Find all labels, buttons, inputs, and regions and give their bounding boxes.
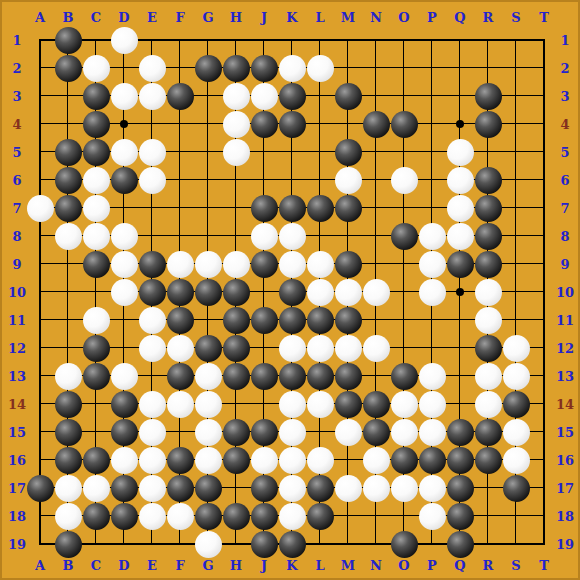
intersection[interactable]: [194, 530, 222, 558]
intersection[interactable]: [390, 418, 418, 446]
intersection[interactable]: [138, 194, 166, 222]
intersection[interactable]: [530, 110, 558, 138]
intersection[interactable]: [474, 502, 502, 530]
intersection[interactable]: [110, 250, 138, 278]
intersection[interactable]: [474, 474, 502, 502]
intersection[interactable]: [194, 390, 222, 418]
intersection[interactable]: [166, 222, 194, 250]
intersection[interactable]: [530, 54, 558, 82]
intersection[interactable]: [166, 26, 194, 54]
intersection[interactable]: [502, 222, 530, 250]
intersection[interactable]: [278, 306, 306, 334]
intersection[interactable]: [194, 110, 222, 138]
intersection[interactable]: [278, 446, 306, 474]
intersection[interactable]: [334, 82, 362, 110]
intersection[interactable]: [390, 138, 418, 166]
intersection[interactable]: [502, 110, 530, 138]
intersection[interactable]: [222, 110, 250, 138]
intersection[interactable]: [166, 138, 194, 166]
intersection[interactable]: [306, 306, 334, 334]
intersection[interactable]: [138, 502, 166, 530]
intersection[interactable]: [194, 138, 222, 166]
intersection[interactable]: [138, 222, 166, 250]
intersection[interactable]: [54, 54, 82, 82]
intersection[interactable]: [362, 250, 390, 278]
intersection[interactable]: [390, 166, 418, 194]
intersection[interactable]: [418, 418, 446, 446]
intersection[interactable]: [362, 166, 390, 194]
intersection[interactable]: [306, 110, 334, 138]
intersection[interactable]: [334, 474, 362, 502]
intersection[interactable]: [362, 390, 390, 418]
intersection[interactable]: [418, 390, 446, 418]
intersection[interactable]: [166, 334, 194, 362]
intersection[interactable]: [390, 222, 418, 250]
intersection[interactable]: [306, 362, 334, 390]
intersection[interactable]: [194, 194, 222, 222]
intersection[interactable]: [446, 26, 474, 54]
intersection[interactable]: [278, 222, 306, 250]
intersection[interactable]: [474, 334, 502, 362]
intersection[interactable]: [502, 26, 530, 54]
intersection[interactable]: [26, 110, 54, 138]
intersection[interactable]: [334, 306, 362, 334]
intersection[interactable]: [474, 278, 502, 306]
intersection[interactable]: [502, 390, 530, 418]
intersection[interactable]: [110, 446, 138, 474]
intersection[interactable]: [446, 222, 474, 250]
intersection[interactable]: [166, 194, 194, 222]
intersection[interactable]: [222, 278, 250, 306]
intersection[interactable]: [418, 222, 446, 250]
intersection[interactable]: [530, 222, 558, 250]
intersection[interactable]: [334, 194, 362, 222]
intersection[interactable]: [446, 54, 474, 82]
intersection[interactable]: [446, 194, 474, 222]
intersection[interactable]: [110, 194, 138, 222]
intersection[interactable]: [54, 278, 82, 306]
intersection[interactable]: [446, 250, 474, 278]
intersection[interactable]: [26, 502, 54, 530]
intersection[interactable]: [222, 418, 250, 446]
intersection[interactable]: [530, 390, 558, 418]
intersection[interactable]: [82, 82, 110, 110]
intersection[interactable]: [278, 250, 306, 278]
intersection[interactable]: [474, 138, 502, 166]
intersection[interactable]: [474, 362, 502, 390]
intersection[interactable]: [390, 82, 418, 110]
intersection[interactable]: [306, 166, 334, 194]
intersection[interactable]: [82, 418, 110, 446]
intersection[interactable]: [138, 250, 166, 278]
intersection[interactable]: [250, 110, 278, 138]
intersection[interactable]: [110, 138, 138, 166]
intersection[interactable]: [250, 474, 278, 502]
intersection[interactable]: [334, 166, 362, 194]
intersection[interactable]: [250, 82, 278, 110]
intersection[interactable]: [390, 530, 418, 558]
intersection[interactable]: [194, 26, 222, 54]
intersection[interactable]: [502, 278, 530, 306]
intersection[interactable]: [166, 474, 194, 502]
intersection[interactable]: [110, 502, 138, 530]
intersection[interactable]: [54, 390, 82, 418]
intersection[interactable]: [222, 390, 250, 418]
intersection[interactable]: [474, 418, 502, 446]
intersection[interactable]: [54, 250, 82, 278]
intersection[interactable]: [222, 446, 250, 474]
intersection[interactable]: [278, 334, 306, 362]
intersection[interactable]: [446, 418, 474, 446]
intersection[interactable]: [222, 502, 250, 530]
intersection[interactable]: [362, 194, 390, 222]
intersection[interactable]: [418, 54, 446, 82]
intersection[interactable]: [502, 138, 530, 166]
intersection[interactable]: [110, 54, 138, 82]
intersection[interactable]: [306, 54, 334, 82]
intersection[interactable]: [166, 306, 194, 334]
intersection[interactable]: [250, 446, 278, 474]
intersection[interactable]: [194, 222, 222, 250]
intersection[interactable]: [222, 474, 250, 502]
intersection[interactable]: [110, 418, 138, 446]
intersection[interactable]: [54, 110, 82, 138]
intersection[interactable]: [334, 138, 362, 166]
intersection[interactable]: [166, 250, 194, 278]
intersection[interactable]: [530, 250, 558, 278]
intersection[interactable]: [306, 334, 334, 362]
intersection[interactable]: [306, 194, 334, 222]
intersection[interactable]: [390, 446, 418, 474]
intersection[interactable]: [474, 530, 502, 558]
intersection[interactable]: [26, 474, 54, 502]
intersection[interactable]: [278, 530, 306, 558]
intersection[interactable]: [446, 530, 474, 558]
intersection[interactable]: [278, 194, 306, 222]
intersection[interactable]: [138, 278, 166, 306]
intersection[interactable]: [250, 250, 278, 278]
intersection[interactable]: [418, 250, 446, 278]
intersection[interactable]: [446, 82, 474, 110]
intersection[interactable]: [54, 530, 82, 558]
intersection[interactable]: [334, 390, 362, 418]
intersection[interactable]: [82, 474, 110, 502]
intersection[interactable]: [530, 26, 558, 54]
intersection[interactable]: [110, 334, 138, 362]
intersection[interactable]: [166, 390, 194, 418]
intersection[interactable]: [110, 306, 138, 334]
intersection[interactable]: [194, 334, 222, 362]
intersection[interactable]: [166, 446, 194, 474]
intersection[interactable]: [530, 474, 558, 502]
intersection[interactable]: [306, 418, 334, 446]
intersection[interactable]: [362, 26, 390, 54]
intersection[interactable]: [26, 54, 54, 82]
intersection[interactable]: [110, 166, 138, 194]
intersection[interactable]: [54, 306, 82, 334]
intersection[interactable]: [530, 502, 558, 530]
intersection[interactable]: [418, 530, 446, 558]
intersection[interactable]: [26, 278, 54, 306]
intersection[interactable]: [54, 474, 82, 502]
intersection[interactable]: [446, 362, 474, 390]
intersection[interactable]: [138, 110, 166, 138]
intersection[interactable]: [138, 82, 166, 110]
intersection[interactable]: [306, 82, 334, 110]
intersection[interactable]: [362, 530, 390, 558]
intersection[interactable]: [110, 530, 138, 558]
intersection[interactable]: [82, 194, 110, 222]
intersection[interactable]: [26, 334, 54, 362]
intersection[interactable]: [138, 362, 166, 390]
intersection[interactable]: [194, 474, 222, 502]
intersection[interactable]: [530, 166, 558, 194]
intersection[interactable]: [138, 138, 166, 166]
intersection[interactable]: [334, 502, 362, 530]
intersection[interactable]: [82, 222, 110, 250]
intersection[interactable]: [530, 138, 558, 166]
intersection[interactable]: [418, 138, 446, 166]
intersection[interactable]: [306, 530, 334, 558]
intersection[interactable]: [418, 502, 446, 530]
intersection[interactable]: [390, 474, 418, 502]
intersection[interactable]: [418, 110, 446, 138]
intersection[interactable]: [390, 250, 418, 278]
intersection[interactable]: [250, 222, 278, 250]
intersection[interactable]: [110, 26, 138, 54]
intersection[interactable]: [250, 194, 278, 222]
intersection[interactable]: [250, 390, 278, 418]
intersection[interactable]: [250, 362, 278, 390]
intersection[interactable]: [306, 474, 334, 502]
intersection[interactable]: [278, 362, 306, 390]
intersection[interactable]: [502, 530, 530, 558]
intersection[interactable]: [222, 26, 250, 54]
intersection[interactable]: [166, 530, 194, 558]
intersection[interactable]: [26, 362, 54, 390]
intersection[interactable]: [222, 166, 250, 194]
intersection[interactable]: [474, 222, 502, 250]
intersection[interactable]: [54, 222, 82, 250]
intersection[interactable]: [390, 362, 418, 390]
intersection[interactable]: [502, 474, 530, 502]
intersection[interactable]: [530, 446, 558, 474]
intersection[interactable]: [54, 194, 82, 222]
intersection[interactable]: [166, 82, 194, 110]
intersection[interactable]: [418, 166, 446, 194]
intersection[interactable]: [530, 194, 558, 222]
intersection[interactable]: [250, 502, 278, 530]
intersection[interactable]: [502, 194, 530, 222]
intersection[interactable]: [530, 334, 558, 362]
intersection[interactable]: [250, 166, 278, 194]
intersection[interactable]: [502, 306, 530, 334]
intersection[interactable]: [194, 54, 222, 82]
intersection[interactable]: [54, 138, 82, 166]
intersection[interactable]: [334, 418, 362, 446]
intersection[interactable]: [82, 138, 110, 166]
intersection[interactable]: [334, 54, 362, 82]
intersection[interactable]: [250, 138, 278, 166]
intersection[interactable]: [446, 306, 474, 334]
intersection[interactable]: [530, 418, 558, 446]
intersection[interactable]: [222, 362, 250, 390]
intersection[interactable]: [26, 250, 54, 278]
intersection[interactable]: [278, 138, 306, 166]
intersection[interactable]: [110, 82, 138, 110]
intersection[interactable]: [110, 278, 138, 306]
intersection[interactable]: [362, 138, 390, 166]
intersection[interactable]: [82, 530, 110, 558]
intersection[interactable]: [54, 502, 82, 530]
intersection[interactable]: [82, 446, 110, 474]
intersection[interactable]: [390, 502, 418, 530]
intersection[interactable]: [222, 334, 250, 362]
intersection[interactable]: [278, 418, 306, 446]
intersection[interactable]: [446, 474, 474, 502]
intersection[interactable]: [446, 502, 474, 530]
intersection[interactable]: [138, 530, 166, 558]
intersection[interactable]: [138, 390, 166, 418]
intersection[interactable]: [502, 82, 530, 110]
intersection[interactable]: [278, 110, 306, 138]
intersection[interactable]: [334, 530, 362, 558]
intersection[interactable]: [390, 306, 418, 334]
intersection[interactable]: [446, 334, 474, 362]
intersection[interactable]: [418, 362, 446, 390]
intersection[interactable]: [418, 334, 446, 362]
intersection[interactable]: [82, 110, 110, 138]
intersection[interactable]: [166, 362, 194, 390]
intersection[interactable]: [278, 82, 306, 110]
intersection[interactable]: [362, 446, 390, 474]
intersection[interactable]: [110, 362, 138, 390]
intersection[interactable]: [474, 54, 502, 82]
intersection[interactable]: [138, 26, 166, 54]
intersection[interactable]: [446, 138, 474, 166]
intersection[interactable]: [194, 82, 222, 110]
intersection[interactable]: [222, 222, 250, 250]
intersection[interactable]: [334, 26, 362, 54]
intersection[interactable]: [278, 502, 306, 530]
intersection[interactable]: [474, 110, 502, 138]
intersection[interactable]: [82, 250, 110, 278]
intersection[interactable]: [278, 474, 306, 502]
intersection[interactable]: [306, 390, 334, 418]
intersection[interactable]: [502, 166, 530, 194]
intersection[interactable]: [82, 362, 110, 390]
intersection[interactable]: [362, 418, 390, 446]
intersection[interactable]: [306, 138, 334, 166]
intersection[interactable]: [250, 530, 278, 558]
intersection[interactable]: [26, 138, 54, 166]
intersection[interactable]: [166, 110, 194, 138]
intersection[interactable]: [110, 110, 138, 138]
intersection[interactable]: [502, 334, 530, 362]
intersection[interactable]: [138, 54, 166, 82]
intersection[interactable]: [82, 502, 110, 530]
intersection[interactable]: [362, 82, 390, 110]
intersection[interactable]: [446, 166, 474, 194]
intersection[interactable]: [194, 278, 222, 306]
intersection[interactable]: [474, 390, 502, 418]
intersection[interactable]: [474, 166, 502, 194]
intersection[interactable]: [26, 446, 54, 474]
intersection[interactable]: [194, 418, 222, 446]
intersection[interactable]: [418, 306, 446, 334]
intersection[interactable]: [306, 26, 334, 54]
intersection[interactable]: [82, 26, 110, 54]
intersection[interactable]: [166, 418, 194, 446]
intersection[interactable]: [418, 82, 446, 110]
intersection[interactable]: [54, 82, 82, 110]
intersection[interactable]: [82, 334, 110, 362]
intersection[interactable]: [334, 278, 362, 306]
intersection[interactable]: [54, 418, 82, 446]
intersection[interactable]: [418, 446, 446, 474]
intersection[interactable]: [474, 250, 502, 278]
intersection[interactable]: [334, 110, 362, 138]
intersection[interactable]: [222, 530, 250, 558]
intersection[interactable]: [474, 82, 502, 110]
intersection[interactable]: [82, 278, 110, 306]
intersection[interactable]: [446, 110, 474, 138]
intersection[interactable]: [530, 82, 558, 110]
intersection[interactable]: [194, 362, 222, 390]
intersection[interactable]: [278, 166, 306, 194]
intersection[interactable]: [222, 138, 250, 166]
intersection[interactable]: [474, 194, 502, 222]
intersection[interactable]: [418, 194, 446, 222]
intersection[interactable]: [54, 362, 82, 390]
intersection[interactable]: [26, 530, 54, 558]
intersection[interactable]: [194, 166, 222, 194]
intersection[interactable]: [502, 250, 530, 278]
intersection[interactable]: [138, 474, 166, 502]
intersection[interactable]: [194, 306, 222, 334]
intersection[interactable]: [306, 278, 334, 306]
intersection[interactable]: [306, 250, 334, 278]
intersection[interactable]: [26, 306, 54, 334]
intersection[interactable]: [194, 250, 222, 278]
intersection[interactable]: [362, 362, 390, 390]
intersection[interactable]: [362, 222, 390, 250]
intersection[interactable]: [250, 278, 278, 306]
intersection[interactable]: [390, 390, 418, 418]
intersection[interactable]: [138, 166, 166, 194]
intersection[interactable]: [530, 362, 558, 390]
intersection[interactable]: [530, 530, 558, 558]
intersection[interactable]: [530, 278, 558, 306]
intersection[interactable]: [194, 446, 222, 474]
intersection[interactable]: [222, 250, 250, 278]
intersection[interactable]: [222, 194, 250, 222]
intersection[interactable]: [502, 362, 530, 390]
intersection[interactable]: [362, 278, 390, 306]
intersection[interactable]: [390, 278, 418, 306]
intersection[interactable]: [250, 306, 278, 334]
intersection[interactable]: [82, 306, 110, 334]
intersection[interactable]: [222, 54, 250, 82]
intersection[interactable]: [222, 306, 250, 334]
intersection[interactable]: [222, 82, 250, 110]
intersection[interactable]: [26, 194, 54, 222]
intersection[interactable]: [26, 418, 54, 446]
intersection[interactable]: [26, 222, 54, 250]
intersection[interactable]: [250, 26, 278, 54]
intersection[interactable]: [278, 278, 306, 306]
intersection[interactable]: [194, 502, 222, 530]
